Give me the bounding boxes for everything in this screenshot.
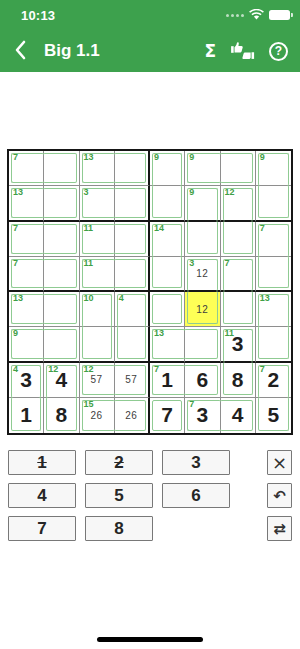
cage-border [223, 291, 253, 324]
cell-r3c3[interactable]: 11 [80, 222, 115, 257]
cell-r1c1[interactable]: 7 [9, 151, 44, 186]
cage-border [258, 256, 289, 288]
cage-border [43, 188, 76, 217]
cell-value: 4 [221, 398, 255, 433]
cell-r4c8[interactable] [256, 257, 291, 292]
cage-border [114, 188, 146, 217]
cage-sum-label: 11 [84, 259, 94, 268]
status-time: 10:13 [21, 8, 55, 23]
cage-border [152, 256, 182, 288]
cell-r4c1[interactable]: 7 [9, 257, 44, 292]
cell-r7c7[interactable]: 8 [221, 363, 256, 398]
cell-value: 1 [9, 398, 43, 433]
cell-r5c8[interactable]: 13 [256, 292, 291, 327]
help-button[interactable]: ? [269, 42, 288, 61]
thumbs-up-down-icon [230, 40, 255, 62]
cage-sum-label: 11 [225, 329, 235, 338]
cell-r3c8[interactable]: 7 [256, 222, 291, 257]
cell-r6c5[interactable]: 13 [150, 327, 185, 362]
sigma-icon: Σ [204, 41, 216, 61]
battery-icon [269, 10, 290, 20]
cage-sum-label: 9 [154, 153, 159, 162]
cage-sum-label: 7 [13, 224, 18, 233]
cell-r5c6[interactable]: 12 [185, 292, 220, 327]
key-7[interactable]: 7 [8, 516, 76, 541]
cage-sum-label: 7 [225, 259, 230, 268]
cell-r1c5[interactable]: 9 [150, 151, 185, 186]
cage-border [43, 224, 76, 254]
cell-value: 8 [44, 398, 78, 433]
cage-sum-label: 14 [154, 224, 164, 233]
status-bar: 10:13 [0, 0, 300, 30]
cage-sum-label: 7 [13, 153, 18, 162]
cage-border [187, 221, 217, 254]
wifi-icon [249, 6, 264, 24]
app-screen: 10:13 Big 1.1 Σ [0, 0, 300, 649]
cell-r5c1[interactable]: 13 [9, 292, 44, 327]
cage-border [114, 224, 146, 254]
cage-border [43, 153, 76, 183]
cell-r2c7[interactable]: 12 [221, 186, 256, 221]
cage-sum-label: 7 [260, 224, 265, 233]
cell-r7c6[interactable]: 6 [185, 363, 220, 398]
cage-sum-label: 7 [13, 259, 18, 268]
cell-r2c8[interactable] [256, 186, 291, 221]
cell-r8c1[interactable]: 1 [9, 398, 44, 433]
cage-border [43, 294, 76, 324]
cell-value: 8 [221, 363, 255, 397]
cell-r1c7[interactable] [221, 151, 256, 186]
cage-border [114, 259, 146, 288]
cellular-signal-icon [226, 14, 244, 17]
cage-sum-label: 9 [260, 153, 265, 162]
cage-sum-label: 12 [48, 365, 58, 374]
cell-r8c6[interactable]: 73 [185, 398, 220, 433]
cage-border [152, 185, 182, 217]
cell-r2c6[interactable]: 9 [185, 186, 220, 221]
cell-r2c3[interactable]: 3 [80, 186, 115, 221]
cell-value: 5 [256, 398, 291, 433]
delete-button[interactable]: × [267, 450, 292, 475]
cage-sum-label: 15 [84, 400, 94, 409]
cell-r2c2[interactable] [44, 186, 79, 221]
cage-sum-label: 13 [260, 294, 270, 303]
key-1[interactable]: 1 [8, 450, 76, 475]
cage-sum-label: 13 [13, 294, 23, 303]
cell-r5c3[interactable]: 10 [80, 292, 115, 327]
cell-r6c7[interactable]: 113 [221, 327, 256, 362]
killer-sudoku-board: 7139991339127111477113127131041213913113… [7, 149, 293, 435]
cage-border [223, 221, 253, 254]
cage-sum-label: 13 [154, 329, 164, 338]
cell-r5c7[interactable] [221, 292, 256, 327]
cage-border [114, 153, 146, 183]
cell-value: 6 [185, 363, 219, 397]
cell-r7c8[interactable]: 72 [256, 363, 291, 398]
cell-r1c3[interactable]: 13 [80, 151, 115, 186]
cell-r6c6[interactable] [185, 327, 220, 362]
cell-r7c1[interactable]: 43 [9, 363, 44, 398]
cage-sum-label: 7 [189, 400, 194, 409]
keypad: 12345678 [8, 450, 230, 541]
cell-r1c2[interactable] [44, 151, 79, 186]
cell-r4c3[interactable]: 11 [80, 257, 115, 292]
cell-r4c2[interactable] [44, 257, 79, 292]
cage-border [43, 259, 76, 288]
cage-sum-label: 13 [13, 188, 23, 197]
cage-sum-label: 4 [13, 365, 18, 374]
cage-sum-label: 13 [84, 153, 94, 162]
cell-r5c4[interactable]: 4 [115, 292, 150, 327]
cell-r4c6[interactable]: 312 [185, 257, 220, 292]
chevron-left-icon [14, 40, 26, 63]
cell-r3c6[interactable] [185, 222, 220, 257]
page-title: Big 1.1 [44, 41, 100, 61]
cell-r3c2[interactable] [44, 222, 79, 257]
home-indicator[interactable] [97, 637, 203, 642]
cell-r8c5[interactable]: 7 [150, 398, 185, 433]
cage-sum-label: 9 [189, 188, 194, 197]
cell-r6c1[interactable]: 9 [9, 327, 44, 362]
cage-sum-label: 9 [189, 153, 194, 162]
rate-button[interactable] [230, 40, 255, 62]
key-5[interactable]: 5 [85, 483, 153, 508]
nav-bar: Big 1.1 Σ ? [0, 30, 300, 72]
cell-r3c4[interactable] [115, 222, 150, 257]
cell-r3c1[interactable]: 7 [9, 222, 44, 257]
undo-button[interactable]: ↶ [267, 483, 292, 508]
cage-sum-label: 12 [84, 365, 94, 374]
cage-border [82, 326, 112, 358]
cage-sum-label: 11 [84, 224, 94, 233]
back-button[interactable] [10, 38, 30, 65]
cage-sum-label: 3 [189, 259, 194, 268]
cage-sum-label: 7 [154, 365, 159, 374]
cage-border [184, 329, 217, 358]
cell-r6c2[interactable] [44, 327, 79, 362]
cage-sum-label: 4 [119, 294, 124, 303]
cell-r6c4[interactable] [115, 327, 150, 362]
cell-r5c2[interactable] [44, 292, 79, 327]
cell-r2c4[interactable] [115, 186, 150, 221]
cell-r6c8[interactable] [256, 327, 291, 362]
cell-r5c5[interactable] [150, 292, 185, 327]
cell-r7c5[interactable]: 71 [150, 363, 185, 398]
key-4[interactable]: 4 [8, 483, 76, 508]
sum-button[interactable]: Σ [204, 41, 216, 61]
pencil-marks: 57 [115, 363, 148, 397]
cell-r2c5[interactable] [150, 186, 185, 221]
cell-r1c4[interactable] [115, 151, 150, 186]
cell-r8c2[interactable]: 8 [44, 398, 79, 433]
key-6[interactable]: 6 [162, 483, 230, 508]
cell-r4c7[interactable]: 7 [221, 257, 256, 292]
pencil-marks: 26 [115, 398, 148, 433]
cage-border [220, 153, 253, 183]
action-buttons: × ↶ ⇄ [267, 450, 292, 541]
cage-border [43, 329, 76, 358]
key-3[interactable]: 3 [162, 450, 230, 475]
cage-border [258, 326, 289, 358]
cage-border [258, 185, 289, 217]
cell-value: 7 [150, 398, 184, 433]
cell-r8c8[interactable]: 5 [256, 398, 291, 433]
close-icon: × [272, 452, 287, 473]
cage-sum-label: 10 [84, 294, 94, 303]
cage-border [152, 294, 182, 324]
cell-r3c5[interactable]: 14 [150, 222, 185, 257]
cage-sum-label: 9 [13, 329, 18, 338]
cage-sum-label: 7 [260, 365, 265, 374]
key-2[interactable]: 2 [85, 450, 153, 475]
undo-icon: ↶ [273, 487, 286, 505]
cell-r8c7[interactable]: 4 [221, 398, 256, 433]
question-mark-icon: ? [275, 44, 282, 58]
cell-r7c2[interactable]: 124 [44, 363, 79, 398]
cell-r2c1[interactable]: 13 [9, 186, 44, 221]
cage-sum-label: 3 [84, 188, 89, 197]
cell-r3c7[interactable] [221, 222, 256, 257]
pencil-marks: 12 [185, 292, 219, 326]
key-8[interactable]: 8 [85, 516, 153, 541]
cell-r1c6[interactable]: 9 [185, 151, 220, 186]
swap-arrows-icon: ⇄ [273, 520, 286, 538]
cell-r8c4[interactable]: 26 [115, 398, 150, 433]
cell-r7c3[interactable]: 1257 [80, 363, 115, 398]
cell-r1c8[interactable]: 9 [256, 151, 291, 186]
cell-r6c3[interactable] [80, 327, 115, 362]
cell-r4c4[interactable] [115, 257, 150, 292]
cage-border [117, 326, 146, 358]
cell-r4c5[interactable] [150, 257, 185, 292]
cell-r7c4[interactable]: 57 [115, 363, 150, 398]
switch-mode-button[interactable]: ⇄ [267, 516, 292, 541]
cage-sum-label: 12 [225, 188, 235, 197]
cell-r8c3[interactable]: 1526 [80, 398, 115, 433]
